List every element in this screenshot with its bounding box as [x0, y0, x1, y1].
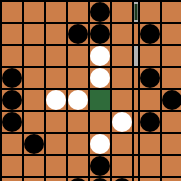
black-stone: [90, 156, 110, 176]
cell-r2c3[interactable]: [68, 46, 88, 66]
cell-r3c2[interactable]: [46, 68, 66, 88]
white-stone: [90, 134, 110, 154]
cell-r4c5[interactable]: [112, 90, 132, 110]
cell-r3c5[interactable]: [112, 68, 132, 88]
cell-r1c2[interactable]: [46, 24, 66, 44]
cell-r1c7[interactable]: [140, 24, 160, 44]
cell-r6c2[interactable]: [46, 134, 66, 154]
black-stone: [90, 24, 110, 44]
cell-r7c8[interactable]: [162, 156, 181, 176]
cell-r8c7[interactable]: [140, 178, 160, 181]
cell-r6c6[interactable]: [134, 134, 138, 154]
cell-r4c1[interactable]: [24, 90, 44, 110]
cell-r3c3[interactable]: [68, 68, 88, 88]
cell-r3c6[interactable]: [134, 68, 138, 88]
cell-r7c6[interactable]: [134, 156, 138, 176]
black-stone: [2, 90, 22, 110]
cell-r6c7[interactable]: [140, 134, 160, 154]
cell-r8c3[interactable]: [68, 178, 88, 181]
cross-marker-vertical-bar: [135, 4, 138, 20]
cell-r2c7[interactable]: [140, 46, 160, 66]
board: [0, 0, 181, 181]
cell-r8c0[interactable]: [2, 178, 22, 181]
black-stone: [140, 68, 160, 88]
cell-r2c2[interactable]: [46, 46, 66, 66]
cell-r0c4[interactable]: [90, 2, 110, 22]
cell-r5c0[interactable]: [2, 112, 22, 132]
cell-r3c7[interactable]: [140, 68, 160, 88]
cell-r5c8[interactable]: [162, 112, 181, 132]
cell-r3c1[interactable]: [24, 68, 44, 88]
cell-r2c8[interactable]: [162, 46, 181, 66]
white-stone: [46, 90, 66, 110]
cell-r4c2[interactable]: [46, 90, 66, 110]
cell-r7c5[interactable]: [112, 156, 132, 176]
black-stone: [2, 112, 22, 132]
cell-r6c8[interactable]: [162, 134, 181, 154]
cell-r4c0[interactable]: [2, 90, 22, 110]
white-stone: [68, 90, 88, 110]
black-stone: [24, 134, 44, 154]
cell-r6c1[interactable]: [24, 134, 44, 154]
black-stone: [2, 68, 22, 88]
cell-r5c2[interactable]: [46, 112, 66, 132]
cell-r5c1[interactable]: [24, 112, 44, 132]
cell-r1c3[interactable]: [68, 24, 88, 44]
cell-r0c8[interactable]: [162, 2, 181, 22]
black-stone: [162, 90, 181, 110]
cell-r7c4[interactable]: [90, 156, 110, 176]
white-stone: [112, 112, 132, 132]
cell-r1c5[interactable]: [112, 24, 132, 44]
cell-r0c3[interactable]: [68, 2, 88, 22]
black-stone: [140, 24, 160, 44]
cell-r0c1[interactable]: [24, 2, 44, 22]
cell-r1c4[interactable]: [90, 24, 110, 44]
white-stone: [90, 68, 110, 88]
cell-r8c4[interactable]: [90, 178, 110, 181]
cell-r5c6[interactable]: [134, 112, 138, 132]
cell-r5c3[interactable]: [68, 112, 88, 132]
cell-r2c5[interactable]: [112, 46, 132, 66]
cell-r3c0[interactable]: [2, 68, 22, 88]
cell-r1c1[interactable]: [24, 24, 44, 44]
cell-r8c2[interactable]: [46, 178, 66, 181]
cell-r7c0[interactable]: [2, 156, 22, 176]
cell-r8c5[interactable]: [112, 178, 132, 181]
cell-r0c2[interactable]: [46, 2, 66, 22]
cell-r6c5[interactable]: [112, 134, 132, 154]
cell-r3c8[interactable]: [162, 68, 181, 88]
black-stone: [90, 2, 110, 22]
cell-r3c4[interactable]: [90, 68, 110, 88]
cell-r2c0[interactable]: [2, 46, 22, 66]
cell-r2c4[interactable]: [90, 46, 110, 66]
cell-r0c5[interactable]: [112, 2, 132, 22]
cell-r4c8[interactable]: [162, 90, 181, 110]
black-stone: [68, 178, 88, 181]
cell-r1c8[interactable]: [162, 24, 181, 44]
cell-r0c7[interactable]: [140, 2, 160, 22]
cell-r1c0[interactable]: [2, 24, 22, 44]
black-stone: [90, 178, 110, 181]
cell-r1c6[interactable]: [134, 24, 138, 44]
cell-r4c3[interactable]: [68, 90, 88, 110]
cell-r8c8[interactable]: [162, 178, 181, 181]
cell-r7c3[interactable]: [68, 156, 88, 176]
cell-r8c1[interactable]: [24, 178, 44, 181]
cell-r5c4[interactable]: [90, 112, 110, 132]
cell-r0c0[interactable]: [2, 2, 22, 22]
cell-r7c7[interactable]: [140, 156, 160, 176]
cell-r5c5[interactable]: [112, 112, 132, 132]
cell-r6c3[interactable]: [68, 134, 88, 154]
black-stone: [112, 178, 132, 181]
cell-r2c1[interactable]: [24, 46, 44, 66]
cell-r4c7[interactable]: [140, 90, 160, 110]
white-stone: [90, 46, 110, 66]
cell-r7c2[interactable]: [46, 156, 66, 176]
cell-r6c4[interactable]: [90, 134, 110, 154]
cell-r7c1[interactable]: [24, 156, 44, 176]
cell-r0c6[interactable]: [134, 2, 138, 22]
cell-r4c4[interactable]: [90, 90, 110, 110]
cell-r5c7[interactable]: [140, 112, 160, 132]
black-stone: [140, 112, 160, 132]
cell-r8c6[interactable]: [134, 178, 138, 181]
cell-r4c6[interactable]: [134, 90, 138, 110]
cell-r2c6[interactable]: [134, 46, 138, 66]
cell-r6c0[interactable]: [2, 134, 22, 154]
black-stone: [68, 24, 88, 44]
